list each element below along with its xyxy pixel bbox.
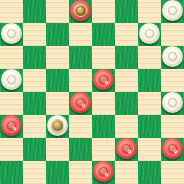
square-15[interactable] xyxy=(92,69,115,92)
light-square-r0c6 xyxy=(138,0,161,23)
light-square-r3c7 xyxy=(161,69,184,92)
light-square-r0c0 xyxy=(0,0,23,23)
light-square-r1c3 xyxy=(69,23,92,46)
square-31[interactable] xyxy=(92,161,115,184)
light-square-r4c2 xyxy=(46,92,69,115)
light-square-r5c7 xyxy=(161,115,184,138)
square-28[interactable] xyxy=(161,138,184,161)
square-8[interactable] xyxy=(138,23,161,46)
square-10[interactable] xyxy=(69,46,92,69)
white-man-piece[interactable] xyxy=(1,69,22,90)
square-21[interactable] xyxy=(0,115,23,138)
square-9[interactable] xyxy=(23,46,46,69)
red-man-piece[interactable] xyxy=(162,138,183,159)
red-man-piece[interactable] xyxy=(1,115,22,136)
square-23[interactable] xyxy=(92,115,115,138)
red-man-piece[interactable] xyxy=(93,161,114,182)
light-square-r0c4 xyxy=(92,0,115,23)
red-man-piece[interactable] xyxy=(93,69,114,90)
light-square-r1c5 xyxy=(115,23,138,46)
white-man-piece[interactable] xyxy=(139,23,160,44)
square-7[interactable] xyxy=(92,23,115,46)
red-man-piece[interactable] xyxy=(116,138,137,159)
square-19[interactable] xyxy=(115,92,138,115)
light-square-r7c3 xyxy=(69,161,92,184)
white-man-piece[interactable] xyxy=(162,92,183,113)
red-man-piece[interactable] xyxy=(70,92,91,113)
square-22[interactable] xyxy=(46,115,69,138)
light-square-r1c7 xyxy=(161,23,184,46)
light-square-r1c1 xyxy=(23,23,46,46)
square-29[interactable] xyxy=(0,161,23,184)
red-king-piece[interactable] xyxy=(70,0,91,21)
square-4[interactable] xyxy=(161,0,184,23)
light-square-r7c5 xyxy=(115,161,138,184)
square-6[interactable] xyxy=(46,23,69,46)
checkers-board xyxy=(0,0,184,184)
light-square-r2c2 xyxy=(46,46,69,69)
light-square-r2c6 xyxy=(138,46,161,69)
light-square-r6c2 xyxy=(46,138,69,161)
square-27[interactable] xyxy=(115,138,138,161)
light-square-r3c1 xyxy=(23,69,46,92)
light-square-r6c4 xyxy=(92,138,115,161)
light-square-r2c0 xyxy=(0,46,23,69)
light-square-r5c3 xyxy=(69,115,92,138)
light-square-r2c4 xyxy=(92,46,115,69)
square-18[interactable] xyxy=(69,92,92,115)
square-2[interactable] xyxy=(69,0,92,23)
light-square-r6c0 xyxy=(0,138,23,161)
square-17[interactable] xyxy=(23,92,46,115)
light-square-r4c0 xyxy=(0,92,23,115)
white-man-piece[interactable] xyxy=(1,23,22,44)
square-3[interactable] xyxy=(115,0,138,23)
square-5[interactable] xyxy=(0,23,23,46)
king-crown-icon xyxy=(74,4,87,17)
light-square-r4c4 xyxy=(92,92,115,115)
light-square-r7c1 xyxy=(23,161,46,184)
square-32[interactable] xyxy=(138,161,161,184)
square-16[interactable] xyxy=(138,69,161,92)
square-14[interactable] xyxy=(46,69,69,92)
square-13[interactable] xyxy=(0,69,23,92)
light-square-r7c7 xyxy=(161,161,184,184)
white-man-piece[interactable] xyxy=(162,46,183,67)
light-square-r0c2 xyxy=(46,0,69,23)
light-square-r3c5 xyxy=(115,69,138,92)
light-square-r5c1 xyxy=(23,115,46,138)
square-20[interactable] xyxy=(161,92,184,115)
square-1[interactable] xyxy=(23,0,46,23)
light-square-r6c6 xyxy=(138,138,161,161)
square-11[interactable] xyxy=(115,46,138,69)
square-24[interactable] xyxy=(138,115,161,138)
square-30[interactable] xyxy=(46,161,69,184)
light-square-r5c5 xyxy=(115,115,138,138)
light-square-r4c6 xyxy=(138,92,161,115)
light-square-r3c3 xyxy=(69,69,92,92)
square-25[interactable] xyxy=(23,138,46,161)
square-26[interactable] xyxy=(69,138,92,161)
white-man-piece[interactable] xyxy=(162,0,183,21)
square-12[interactable] xyxy=(161,46,184,69)
white-king-piece[interactable] xyxy=(47,115,68,136)
king-crown-icon xyxy=(51,119,64,132)
